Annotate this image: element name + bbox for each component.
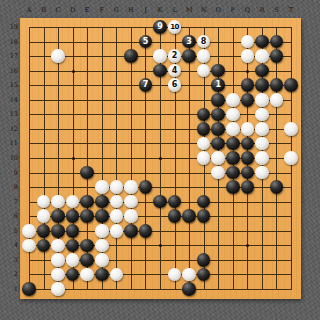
white-stone-H6[interactable]: [124, 209, 138, 223]
white-stone-P13[interactable]: [226, 108, 240, 122]
white-stone-N11[interactable]: [197, 137, 211, 151]
black-stone-R18[interactable]: [255, 35, 269, 49]
black-stone-S18[interactable]: [270, 35, 284, 49]
black-stone-A1[interactable]: [22, 282, 36, 296]
coord-label-left: 14: [6, 97, 18, 104]
black-stone-O12[interactable]: [211, 122, 225, 136]
white-stone-H8[interactable]: [124, 180, 138, 194]
coord-label-top: K: [158, 7, 163, 14]
black-stone-H5[interactable]: [124, 224, 138, 238]
coord-label-top: T: [289, 7, 293, 14]
white-stone-L2[interactable]: [168, 268, 182, 282]
grid-line-vertical: [276, 27, 277, 290]
white-stone-T12[interactable]: [284, 122, 298, 136]
black-stone-O14[interactable]: [211, 93, 225, 107]
star-point: [159, 157, 162, 160]
white-stone-G6[interactable]: [110, 209, 124, 223]
black-stone-Q9[interactable]: [241, 166, 255, 180]
white-stone-Q12[interactable]: [241, 122, 255, 136]
black-stone-O16[interactable]: [211, 64, 225, 78]
coord-label-top: M: [186, 7, 193, 14]
go-diagram-screenshot: { "game": "go", "board_size": 19, "color…: [0, 0, 320, 320]
coord-label-left: 10: [6, 155, 18, 162]
black-stone-E7[interactable]: [80, 195, 94, 209]
coord-label-left: 8: [6, 184, 18, 191]
white-stone-R13[interactable]: [255, 108, 269, 122]
black-stone-D5[interactable]: [66, 224, 80, 238]
coord-label-top: F: [100, 7, 105, 14]
black-stone-D6[interactable]: [66, 209, 80, 223]
black-stone-D2[interactable]: [66, 268, 80, 282]
white-stone-L16[interactable]: 4: [168, 64, 182, 78]
white-stone-L15[interactable]: 6: [168, 78, 182, 92]
white-stone-B6[interactable]: [37, 209, 51, 223]
black-stone-F2[interactable]: [95, 268, 109, 282]
black-stone-O15[interactable]: 1: [211, 78, 225, 92]
black-stone-H17[interactable]: [124, 49, 138, 63]
black-stone-C5[interactable]: [51, 224, 65, 238]
black-stone-N13[interactable]: [197, 108, 211, 122]
black-stone-O13[interactable]: [211, 108, 225, 122]
move-number-label: 8: [201, 38, 207, 46]
coord-label-top: R: [259, 7, 264, 14]
coord-label-left: 4: [6, 242, 18, 249]
black-stone-O11[interactable]: [211, 137, 225, 151]
white-stone-Q17[interactable]: [241, 49, 255, 63]
black-stone-R16[interactable]: [255, 64, 269, 78]
star-point: [72, 70, 75, 73]
white-stone-T10[interactable]: [284, 151, 298, 165]
black-stone-K7[interactable]: [153, 195, 167, 209]
white-stone-Q18[interactable]: [241, 35, 255, 49]
white-stone-N18[interactable]: 8: [197, 35, 211, 49]
white-stone-R12[interactable]: [255, 122, 269, 136]
black-stone-K16[interactable]: [153, 64, 167, 78]
move-number-label: 3: [186, 38, 192, 46]
star-point: [246, 244, 249, 247]
white-stone-D3[interactable]: [66, 253, 80, 267]
black-stone-M18[interactable]: 3: [182, 35, 196, 49]
coord-label-left: 12: [6, 126, 18, 133]
black-stone-F7[interactable]: [95, 195, 109, 209]
white-stone-F5[interactable]: [95, 224, 109, 238]
star-point: [159, 244, 162, 247]
go-board[interactable]: 91053824761: [20, 18, 301, 299]
black-stone-P10[interactable]: [226, 151, 240, 165]
move-number-label: 1: [215, 81, 221, 89]
white-stone-M2[interactable]: [182, 268, 196, 282]
white-stone-P14[interactable]: [226, 93, 240, 107]
black-stone-B4[interactable]: [37, 239, 51, 253]
white-stone-E2[interactable]: [80, 268, 94, 282]
coord-label-top: O: [216, 7, 221, 14]
grid-line-horizontal: [29, 289, 292, 290]
white-stone-R17[interactable]: [255, 49, 269, 63]
black-stone-D4[interactable]: [66, 239, 80, 253]
white-stone-C2[interactable]: [51, 268, 65, 282]
black-stone-E4[interactable]: [80, 239, 94, 253]
coord-label-top: G: [114, 7, 119, 14]
white-stone-G2[interactable]: [110, 268, 124, 282]
black-stone-J8[interactable]: [139, 180, 153, 194]
white-stone-C17[interactable]: [51, 49, 65, 63]
grid-line-vertical: [189, 27, 190, 290]
white-stone-G8[interactable]: [110, 180, 124, 194]
white-stone-L19[interactable]: 10: [168, 20, 182, 34]
white-stone-R11[interactable]: [255, 137, 269, 151]
black-stone-J15[interactable]: 7: [139, 78, 153, 92]
white-stone-N16[interactable]: [197, 64, 211, 78]
coord-label-left: 11: [6, 140, 18, 147]
white-stone-N17[interactable]: [197, 49, 211, 63]
white-stone-P12[interactable]: [226, 122, 240, 136]
black-stone-S15[interactable]: [270, 78, 284, 92]
black-stone-N2[interactable]: [197, 268, 211, 282]
move-number-label: 5: [143, 38, 149, 46]
coord-label-left: 9: [6, 169, 18, 176]
coord-label-left: 5: [6, 228, 18, 235]
black-stone-N3[interactable]: [197, 253, 211, 267]
coord-label-top: A: [27, 7, 32, 14]
star-point: [72, 157, 75, 160]
white-stone-R9[interactable]: [255, 166, 269, 180]
coord-label-left: 19: [6, 24, 18, 31]
black-stone-Q10[interactable]: [241, 151, 255, 165]
black-stone-K19[interactable]: 9: [153, 20, 167, 34]
coord-label-top: B: [41, 7, 46, 14]
white-stone-C1[interactable]: [51, 282, 65, 296]
coord-label-left: 3: [6, 257, 18, 264]
black-stone-C6[interactable]: [51, 209, 65, 223]
coord-label-left: 13: [6, 111, 18, 118]
move-number-label: 10: [170, 23, 179, 31]
move-number-label: 7: [143, 81, 149, 89]
coord-label-left: 18: [6, 38, 18, 45]
black-stone-N12[interactable]: [197, 122, 211, 136]
black-stone-P9[interactable]: [226, 166, 240, 180]
black-stone-B5[interactable]: [37, 224, 51, 238]
white-stone-H7[interactable]: [124, 195, 138, 209]
white-stone-C4[interactable]: [51, 239, 65, 253]
coord-label-left: 16: [6, 67, 18, 74]
black-stone-P11[interactable]: [226, 137, 240, 151]
white-stone-L17[interactable]: 2: [168, 49, 182, 63]
black-stone-Q14[interactable]: [241, 93, 255, 107]
coord-label-left: 1: [6, 286, 18, 293]
white-stone-R10[interactable]: [255, 151, 269, 165]
move-number-label: 4: [172, 67, 178, 75]
white-stone-O10[interactable]: [211, 151, 225, 165]
black-stone-M1[interactable]: [182, 282, 196, 296]
black-stone-F6[interactable]: [95, 209, 109, 223]
black-stone-L6[interactable]: [168, 209, 182, 223]
black-stone-Q11[interactable]: [241, 137, 255, 151]
coord-label-left: 7: [6, 198, 18, 205]
white-stone-A5[interactable]: [22, 224, 36, 238]
white-stone-S14[interactable]: [270, 93, 284, 107]
star-point: [246, 70, 249, 73]
white-stone-F3[interactable]: [95, 253, 109, 267]
white-stone-F8[interactable]: [95, 180, 109, 194]
black-stone-S17[interactable]: [270, 49, 284, 63]
white-stone-R14[interactable]: [255, 93, 269, 107]
black-stone-E9[interactable]: [80, 166, 94, 180]
black-stone-M17[interactable]: [182, 49, 196, 63]
black-stone-N7[interactable]: [197, 195, 211, 209]
white-stone-C7[interactable]: [51, 195, 65, 209]
move-number-label: 2: [172, 52, 178, 60]
coord-label-left: 2: [6, 271, 18, 278]
coord-label-top: D: [70, 7, 75, 14]
white-stone-O9[interactable]: [211, 166, 225, 180]
coord-label-left: 6: [6, 213, 18, 220]
white-stone-N10[interactable]: [197, 151, 211, 165]
white-stone-D7[interactable]: [66, 195, 80, 209]
coord-label-left: 17: [6, 53, 18, 60]
white-stone-G7[interactable]: [110, 195, 124, 209]
coord-label-top: P: [231, 7, 235, 14]
coord-label-top: L: [172, 7, 176, 14]
coord-label-top: E: [85, 7, 90, 14]
black-stone-T15[interactable]: [284, 78, 298, 92]
white-stone-A4[interactable]: [22, 239, 36, 253]
coord-label-top: S: [274, 7, 278, 14]
coord-label-top: H: [128, 7, 134, 14]
black-stone-R15[interactable]: [255, 78, 269, 92]
white-stone-F4[interactable]: [95, 239, 109, 253]
white-stone-C3[interactable]: [51, 253, 65, 267]
coord-label-top: N: [201, 7, 207, 14]
black-stone-J18[interactable]: 5: [139, 35, 153, 49]
white-stone-B7[interactable]: [37, 195, 51, 209]
white-stone-K17[interactable]: [153, 49, 167, 63]
black-stone-N6[interactable]: [197, 209, 211, 223]
coord-label-top: J: [144, 7, 147, 14]
black-stone-J5[interactable]: [139, 224, 153, 238]
black-stone-E3[interactable]: [80, 253, 94, 267]
coord-label-top: C: [56, 7, 61, 14]
black-stone-M6[interactable]: [182, 209, 196, 223]
move-number-label: 6: [172, 81, 178, 89]
black-stone-P8[interactable]: [226, 180, 240, 194]
white-stone-G5[interactable]: [110, 224, 124, 238]
black-stone-E6[interactable]: [80, 209, 94, 223]
black-stone-L7[interactable]: [168, 195, 182, 209]
black-stone-S8[interactable]: [270, 180, 284, 194]
move-number-label: 9: [157, 23, 163, 31]
black-stone-Q8[interactable]: [241, 180, 255, 194]
black-stone-Q15[interactable]: [241, 78, 255, 92]
coord-label-left: 15: [6, 82, 18, 89]
coord-label-top: Q: [245, 7, 250, 14]
